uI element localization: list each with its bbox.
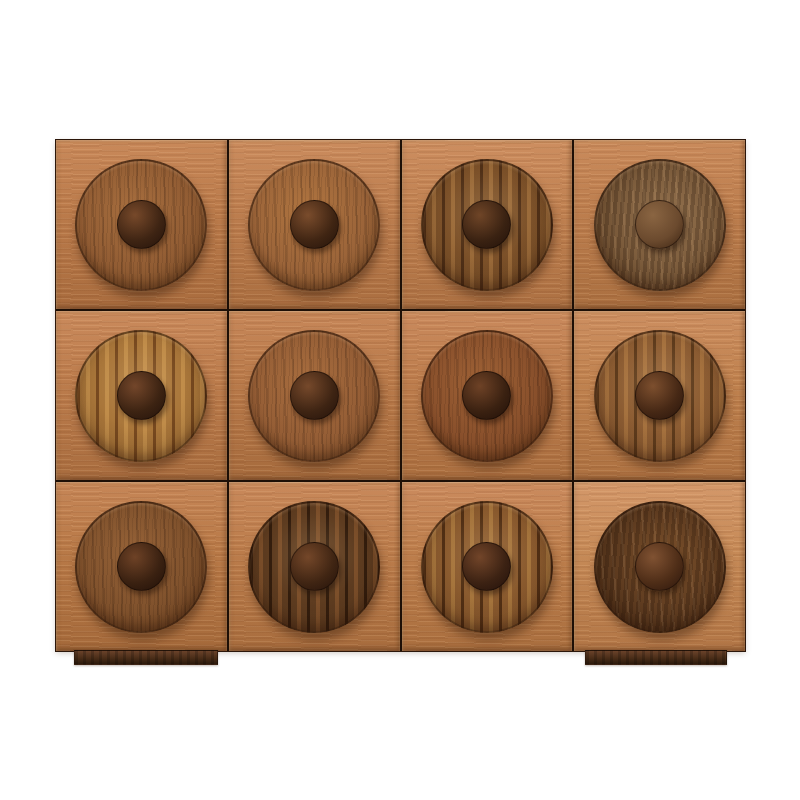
drawer-disc-pull: [248, 330, 380, 462]
drawer-cabinet: [56, 140, 745, 651]
drawer-knob: [462, 542, 511, 591]
drawer-disc-pull: [594, 330, 726, 462]
drawer-knob: [635, 371, 684, 420]
drawer-r2c4-walnut-striped: [574, 311, 745, 480]
drawer-knob: [117, 542, 166, 591]
drawer-r3c3-golden-striped: [402, 482, 573, 651]
drawer-disc-pull: [421, 501, 553, 633]
drawer-disc-pull: [248, 501, 380, 633]
drawer-knob: [462, 371, 511, 420]
drawer-r1c4-gray-mottled: [574, 140, 745, 309]
drawer-disc-pull: [75, 330, 207, 462]
drawer-knob: [117, 371, 166, 420]
cabinet-foot-right: [585, 650, 727, 665]
drawer-r3c2-dark-striped: [229, 482, 400, 651]
product-photo-stage: [0, 0, 800, 800]
drawer-disc-pull: [248, 159, 380, 291]
drawer-disc-pull: [594, 501, 726, 633]
drawer-knob: [290, 542, 339, 591]
drawer-knob: [462, 200, 511, 249]
drawer-disc-pull: [75, 501, 207, 633]
drawer-r3c1-medium-rough: [56, 482, 227, 651]
drawer-knob: [290, 371, 339, 420]
drawer-knob: [290, 200, 339, 249]
drawer-r2c2-medium-rough: [229, 311, 400, 480]
drawer-r3c4-dark-mottled: [574, 482, 745, 651]
drawer-disc-pull: [75, 159, 207, 291]
drawer-r1c3-walnut-striped: [402, 140, 573, 309]
drawer-knob: [635, 200, 684, 249]
drawer-disc-pull: [594, 159, 726, 291]
drawer-r2c3-reddish-rough: [402, 311, 573, 480]
drawer-r1c1-medium-rough: [56, 140, 227, 309]
drawer-knob: [117, 200, 166, 249]
drawer-knob: [635, 542, 684, 591]
drawer-r1c2-medium-rough: [229, 140, 400, 309]
drawer-disc-pull: [421, 159, 553, 291]
drawer-disc-pull: [421, 330, 553, 462]
drawer-r2c1-golden-striped: [56, 311, 227, 480]
cabinet-foot-left: [74, 650, 218, 665]
